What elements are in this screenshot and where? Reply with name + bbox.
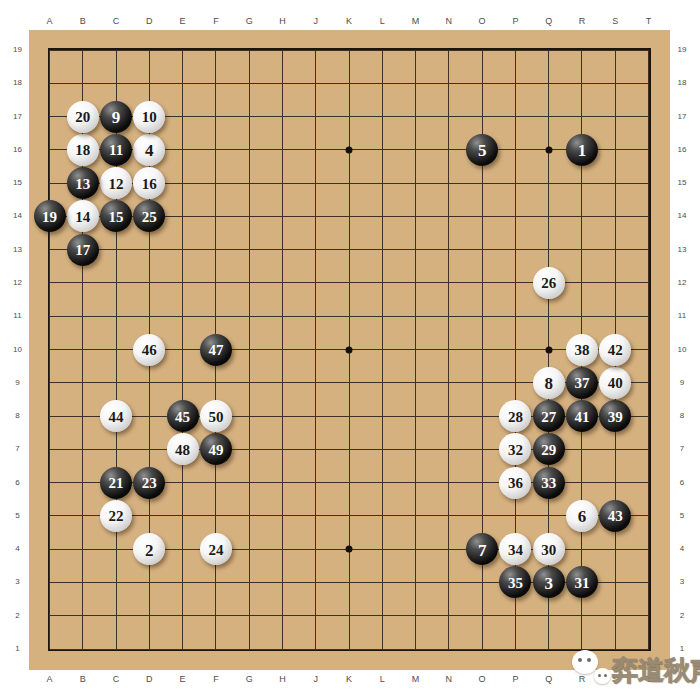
white-stone-2: 2 [133,533,165,565]
coordinate-label: 19 [13,46,22,54]
coordinate-label: 14 [678,212,687,220]
move-number: 6 [578,508,587,525]
white-stone-50: 50 [200,400,232,432]
move-number: 48 [175,442,190,457]
move-number: 12 [109,176,124,191]
coordinate-label: L [380,675,385,684]
coordinate-label: 11 [13,312,21,320]
black-stone-17: 17 [67,234,99,266]
move-number: 18 [75,143,90,158]
move-number: 21 [109,476,124,491]
move-number: 33 [541,476,556,491]
black-stone-35: 35 [499,566,531,598]
move-number: 36 [508,476,523,491]
coordinate-label: M [412,17,420,26]
move-number: 24 [208,542,223,557]
black-stone-39: 39 [599,400,631,432]
coordinate-label: C [113,675,120,684]
coordinate-label: T [646,17,652,26]
white-stone-22: 22 [100,500,132,532]
white-stone-20: 20 [67,101,99,133]
coordinate-label: 8 [15,412,19,420]
coordinate-label: H [279,17,286,26]
white-stone-46: 46 [133,334,165,366]
move-number: 15 [109,209,124,224]
white-stone-10: 10 [133,101,165,133]
move-number: 8 [544,375,553,392]
black-stone-43: 43 [599,500,631,532]
white-stone-4: 4 [133,134,165,166]
move-number: 40 [608,376,623,391]
coordinate-label: L [380,17,385,26]
move-number: 34 [508,542,523,557]
coordinate-label: 10 [678,346,687,354]
coordinate-label: 5 [15,512,19,520]
coordinate-label: 3 [680,578,684,586]
coordinate-label: S [612,675,618,684]
star-point [346,146,353,153]
move-number: 49 [208,442,223,457]
bubble-eye-icon [604,674,607,677]
coordinate-label: 4 [680,545,684,553]
coordinate-label: 1 [680,645,684,653]
move-number: 14 [75,209,90,224]
move-number: 26 [541,276,556,291]
coordinate-label: 11 [678,312,686,320]
white-stone-44: 44 [100,400,132,432]
black-stone-19: 19 [34,200,66,232]
grid-line-horizontal [50,515,649,516]
move-number: 41 [574,409,589,424]
black-stone-9: 9 [100,101,132,133]
move-number: 43 [608,509,623,524]
black-stone-15: 15 [100,200,132,232]
black-stone-37: 37 [566,367,598,399]
coordinate-label: K [346,17,352,26]
move-number: 1 [578,142,587,159]
grid-line-horizontal [50,615,649,616]
white-stone-24: 24 [200,533,232,565]
coordinate-label: 4 [15,545,19,553]
move-number: 27 [541,409,556,424]
move-number: 25 [142,209,157,224]
black-stone-41: 41 [566,400,598,432]
go-diagram-screen: AABBCCDDEEFFGGHHJJKKLLMMNNOOPPQQRRSSTT19… [0,0,700,700]
coordinate-label: 2 [680,612,684,620]
move-number: 10 [142,110,157,125]
white-stone-12: 12 [100,167,132,199]
coordinate-label: G [246,17,253,26]
coordinate-label: 19 [678,46,687,54]
white-stone-48: 48 [167,433,199,465]
coordinate-label: 9 [15,379,19,387]
white-stone-40: 40 [599,367,631,399]
black-stone-3: 3 [533,566,565,598]
star-point [346,346,353,353]
move-number: 16 [142,176,157,191]
coordinate-label: 5 [680,512,684,520]
move-number: 2 [145,541,154,558]
move-number: 23 [142,476,157,491]
coordinate-label: 8 [680,412,684,420]
grid-line-vertical [648,50,649,649]
coordinate-label: 18 [13,79,22,87]
star-point [545,346,552,353]
move-number: 5 [478,142,487,159]
coordinate-label: F [213,675,219,684]
white-stone-26: 26 [533,267,565,299]
move-number: 13 [75,176,90,191]
coordinate-label: 18 [678,79,687,87]
coordinate-label: 12 [678,279,687,287]
coordinate-label: Q [545,17,552,26]
black-stone-31: 31 [566,566,598,598]
coordinate-label: 17 [678,113,687,121]
black-stone-25: 25 [133,200,165,232]
coordinate-label: 2 [15,612,19,620]
coordinate-label: P [512,17,518,26]
grid-line-horizontal [50,649,649,650]
coordinate-label: F [213,17,219,26]
star-point [545,146,552,153]
coordinate-label: D [146,17,153,26]
white-stone-32: 32 [499,433,531,465]
move-number: 32 [508,442,523,457]
coordinate-label: A [46,675,52,684]
bubble-eye-icon [598,674,601,677]
white-stone-38: 38 [566,334,598,366]
move-number: 46 [142,343,157,358]
coordinate-label: 13 [678,246,687,254]
grid-line-vertical [448,50,449,649]
coordinate-label: 17 [13,113,22,121]
coordinate-label: K [346,675,352,684]
black-stone-5: 5 [466,134,498,166]
white-stone-16: 16 [133,167,165,199]
move-number: 3 [544,574,553,591]
coordinate-label: 16 [678,146,687,154]
move-number: 20 [75,110,90,125]
coordinate-label: S [612,17,618,26]
move-number: 37 [574,376,589,391]
coordinate-label: 16 [13,146,22,154]
white-stone-14: 14 [67,200,99,232]
move-number: 47 [208,343,223,358]
coordinate-label: B [80,675,86,684]
grid-line-vertical [382,50,383,649]
coordinate-label: P [512,675,518,684]
black-stone-29: 29 [533,433,565,465]
move-number: 17 [75,243,90,258]
move-number: 19 [42,209,57,224]
coordinate-label: G [246,675,253,684]
coordinate-label: J [313,17,318,26]
move-number: 35 [508,575,523,590]
move-number: 31 [574,575,589,590]
black-stone-23: 23 [133,467,165,499]
coordinate-label: H [279,675,286,684]
black-stone-49: 49 [200,433,232,465]
coordinate-label: A [46,17,52,26]
coordinate-label: C [113,17,120,26]
coordinate-label: Q [545,675,552,684]
coordinate-label: M [412,675,420,684]
move-number: 22 [109,509,124,524]
coordinate-label: R [579,675,586,684]
white-stone-18: 18 [67,134,99,166]
coordinate-label: D [146,675,153,684]
wechat-chat-bubble-small-icon [594,668,611,684]
black-stone-21: 21 [100,467,132,499]
coordinate-label: B [80,17,86,26]
coordinate-label: 3 [15,578,19,586]
move-number: 39 [608,409,623,424]
black-stone-47: 47 [200,334,232,366]
black-stone-7: 7 [466,533,498,565]
coordinate-label: O [479,17,486,26]
white-stone-30: 30 [533,533,565,565]
white-stone-42: 42 [599,334,631,366]
coordinate-label: 6 [680,479,684,487]
move-number: 50 [208,409,223,424]
coordinate-label: 13 [13,246,22,254]
coordinate-label: E [180,675,186,684]
black-stone-27: 27 [533,400,565,432]
coordinate-label: 10 [13,346,22,354]
star-point [346,546,353,553]
move-number: 29 [541,442,556,457]
coordinate-label: 15 [13,179,22,187]
black-stone-11: 11 [100,134,132,166]
move-number: 38 [574,343,589,358]
white-stone-34: 34 [499,533,531,565]
coordinate-label: 7 [680,445,684,453]
coordinate-label: J [313,675,318,684]
coordinate-label: 14 [13,212,22,220]
move-number: 4 [145,142,154,159]
move-number: 44 [109,409,124,424]
white-stone-8: 8 [533,367,565,399]
black-stone-13: 13 [67,167,99,199]
coordinate-label: 15 [678,179,687,187]
coordinate-label: T [646,675,652,684]
move-number: 11 [109,143,123,158]
coordinate-label: 1 [15,645,19,653]
coordinate-label: N [446,17,453,26]
black-stone-33: 33 [533,467,565,499]
move-number: 30 [541,542,556,557]
move-number: 28 [508,409,523,424]
move-number: 42 [608,343,623,358]
grid-line-vertical [415,50,416,649]
move-number: 9 [112,109,121,126]
coordinate-label: 12 [13,279,22,287]
black-stone-1: 1 [566,134,598,166]
coordinate-label: 6 [15,479,19,487]
coordinate-label: N [446,675,453,684]
white-stone-6: 6 [566,500,598,532]
move-number: 7 [478,541,487,558]
coordinate-label: E [180,17,186,26]
move-number: 45 [175,409,190,424]
coordinate-label: O [479,675,486,684]
white-stone-36: 36 [499,467,531,499]
white-stone-28: 28 [499,400,531,432]
coordinate-label: R [579,17,586,26]
black-stone-45: 45 [167,400,199,432]
coordinate-label: 9 [680,379,684,387]
coordinate-label: 7 [15,445,19,453]
